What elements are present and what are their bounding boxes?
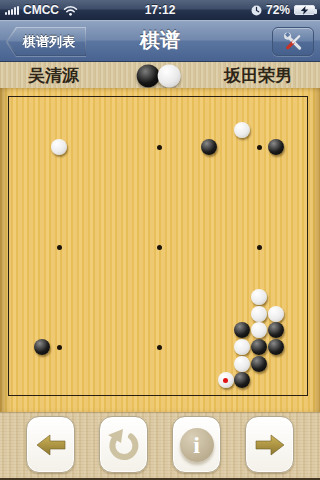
stone-black xyxy=(34,339,50,355)
back-button-label: 棋谱列表 xyxy=(23,33,75,51)
stone-white xyxy=(234,122,250,138)
stone-black xyxy=(268,322,284,338)
white-stone-icon xyxy=(158,64,181,87)
stone-white xyxy=(234,339,250,355)
go-board xyxy=(0,88,320,412)
stone-white xyxy=(251,289,267,305)
undo-arrow-icon xyxy=(106,427,142,463)
player-stones xyxy=(137,64,181,87)
alarm-clock-icon xyxy=(251,5,262,16)
last-move-marker xyxy=(223,378,228,383)
stone-white xyxy=(268,306,284,322)
navigation-toolbar: i xyxy=(0,412,320,480)
go-board-grid xyxy=(8,96,308,396)
stone-black xyxy=(251,356,267,372)
info-button[interactable]: i xyxy=(172,416,221,473)
info-icon: i xyxy=(180,428,214,462)
settings-button[interactable] xyxy=(272,27,314,56)
stone-black xyxy=(251,339,267,355)
arrow-left-icon xyxy=(36,434,66,456)
nav-bar: 棋谱列表 棋谱 xyxy=(0,20,320,62)
black-stone-icon xyxy=(137,64,160,87)
back-button[interactable]: 棋谱列表 xyxy=(6,27,86,56)
star-point xyxy=(157,245,162,250)
stone-white xyxy=(51,139,67,155)
stone-black xyxy=(234,322,250,338)
star-point xyxy=(257,145,262,150)
prev-move-button[interactable] xyxy=(26,416,75,473)
battery-percent-label: 72% xyxy=(266,3,290,17)
white-player-name: 坂田荣男 xyxy=(224,64,292,87)
stone-black xyxy=(234,372,250,388)
status-left: CMCC xyxy=(5,3,78,17)
tools-icon xyxy=(283,31,304,52)
stone-black xyxy=(268,139,284,155)
status-right: 72% xyxy=(251,3,315,17)
carrier-label: CMCC xyxy=(23,3,59,17)
app-screen: CMCC 17:12 72% 棋谱列表 棋谱 xyxy=(0,0,320,480)
stone-white xyxy=(218,372,234,388)
star-point xyxy=(157,345,162,350)
stone-white xyxy=(251,306,267,322)
star-point xyxy=(57,245,62,250)
stone-white xyxy=(234,356,250,372)
star-point xyxy=(257,245,262,250)
arrow-right-icon xyxy=(255,434,285,456)
star-point xyxy=(157,145,162,150)
undo-button[interactable] xyxy=(99,416,148,473)
page-title: 棋谱 xyxy=(140,27,180,54)
signal-strength-icon xyxy=(5,6,19,15)
status-bar: CMCC 17:12 72% xyxy=(0,0,320,20)
stone-black xyxy=(201,139,217,155)
star-point xyxy=(57,345,62,350)
battery-charging-icon xyxy=(294,5,315,15)
stone-black xyxy=(268,339,284,355)
next-move-button[interactable] xyxy=(245,416,294,473)
wifi-icon xyxy=(63,5,78,16)
stone-white xyxy=(251,322,267,338)
black-player-name: 吴清源 xyxy=(28,64,79,87)
player-bar: 吴清源 坂田荣男 xyxy=(0,62,320,88)
